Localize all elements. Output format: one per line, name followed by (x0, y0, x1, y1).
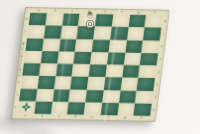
square-c7 (60, 26, 78, 39)
charm-base (86, 20, 94, 28)
square-b5 (40, 51, 58, 64)
square-d2 (69, 89, 87, 102)
square-a7 (27, 25, 45, 38)
photo-scene: abcdefgh abcdefgh 87654321 87654321 WHOL… (0, 0, 200, 134)
square-g7 (127, 27, 145, 40)
square-g1 (117, 103, 135, 116)
square-f8 (112, 14, 130, 27)
square-c2 (52, 89, 70, 102)
coordinate-label: e (83, 115, 100, 120)
square-g8 (128, 15, 146, 28)
coordinate-label: f (100, 115, 117, 120)
square-a5 (24, 51, 42, 64)
square-b3 (37, 76, 55, 89)
square-h3 (137, 78, 155, 91)
square-h1 (134, 103, 152, 116)
square-e6 (92, 39, 110, 52)
square-c8 (62, 13, 80, 26)
small-pawn-charm (84, 11, 96, 29)
coordinate-label: 3 (154, 78, 161, 91)
square-c4 (55, 64, 73, 77)
square-h4 (138, 65, 156, 78)
coordinate-label: 8 (162, 15, 169, 28)
coordinate-label: 2 (152, 91, 159, 104)
coordinate-label: d (67, 115, 84, 120)
square-b8 (45, 13, 63, 26)
square-g6 (125, 40, 143, 53)
square-a8 (29, 13, 47, 26)
coordinate-label: c (50, 115, 67, 120)
square-f3 (104, 77, 122, 90)
four-pawns-diamond-logo-icon (21, 103, 32, 113)
square-f1 (100, 103, 118, 116)
coordinate-label: 1 (151, 103, 158, 116)
square-e4 (89, 64, 107, 77)
coordinate-label: 7 (160, 28, 167, 41)
square-b1 (34, 101, 52, 114)
square-d3 (70, 77, 88, 90)
coordinate-label: c (63, 8, 80, 13)
coordinate-label: g (116, 116, 133, 121)
square-d1 (67, 102, 85, 115)
square-c6 (59, 39, 77, 52)
square-h8 (145, 15, 163, 28)
square-f6 (108, 40, 126, 53)
coordinate-label: g (130, 10, 147, 15)
square-e2 (85, 90, 103, 103)
square-b4 (39, 63, 57, 76)
square-e7 (93, 27, 111, 40)
square-h6 (142, 40, 160, 53)
square-g3 (120, 78, 138, 91)
square-e1 (84, 102, 102, 115)
coordinate-label: 4 (155, 66, 162, 79)
square-b2 (36, 89, 54, 102)
coordinate-label: e (97, 9, 114, 14)
square-a4 (22, 63, 40, 76)
coordinate-label: 6 (159, 41, 166, 54)
square-a3 (21, 76, 39, 89)
square-f7 (110, 27, 128, 40)
square-c3 (54, 76, 72, 89)
coordinate-label: h (133, 116, 150, 121)
square-g5 (123, 52, 141, 65)
square-d5 (74, 52, 92, 65)
square-e3 (87, 77, 105, 90)
square-a1 (18, 101, 36, 114)
square-f4 (105, 65, 123, 78)
coordinate-label: b (33, 114, 50, 119)
square-e8 (95, 14, 113, 27)
square-h5 (140, 53, 158, 66)
square-f5 (107, 52, 125, 65)
square-f2 (102, 90, 120, 103)
square-g4 (122, 65, 140, 78)
square-a2 (19, 88, 37, 101)
coordinate-label: h (146, 10, 163, 15)
square-e5 (90, 52, 108, 65)
coordinate-label: a (30, 8, 47, 13)
square-d6 (75, 39, 93, 52)
coordinate-label: f (113, 9, 130, 14)
coordinate-label: 5 (157, 53, 164, 66)
charm-knob (88, 12, 93, 18)
square-h2 (135, 91, 153, 104)
coordinate-label: b (47, 8, 64, 13)
square-b7 (44, 26, 62, 39)
square-a6 (25, 38, 43, 51)
square-h7 (143, 28, 161, 41)
square-c1 (51, 102, 69, 115)
square-d4 (72, 64, 90, 77)
square-g2 (119, 90, 137, 103)
coordinate-label: a (17, 114, 34, 119)
square-c5 (57, 51, 75, 64)
square-b6 (42, 38, 60, 51)
